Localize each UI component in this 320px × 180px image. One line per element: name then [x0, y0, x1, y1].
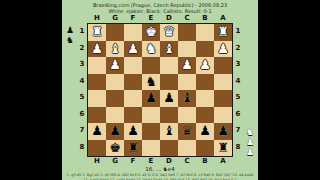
piece-white-pawn[interactable]: ♟ [181, 57, 193, 73]
square-g2[interactable]: ♝ [106, 41, 124, 58]
rank-label-6: 6 [77, 106, 87, 123]
piece-black-pawn[interactable]: ♟ [199, 123, 211, 139]
square-c1[interactable] [178, 24, 196, 41]
square-h1[interactable]: ♜ [88, 24, 106, 41]
rank-label-6: 6 [233, 106, 243, 123]
square-f1[interactable] [124, 24, 142, 41]
square-f5[interactable] [124, 90, 142, 107]
piece-white-pawn[interactable]: ♟ [91, 41, 103, 57]
file-label-h: H [88, 14, 106, 22]
square-g8[interactable]: ♚ [106, 140, 124, 157]
rank-label-8: 8 [77, 139, 87, 156]
rank-label-3: 3 [233, 56, 243, 73]
square-a4[interactable] [214, 74, 232, 91]
square-g3[interactable]: ♟ [106, 57, 124, 74]
square-d3[interactable] [160, 57, 178, 74]
piece-black-pawn[interactable]: ♟ [163, 90, 175, 106]
piece-white-pawn[interactable]: ♟ [199, 57, 211, 73]
square-f7[interactable]: ♟ [124, 123, 142, 140]
rank-label-1: 1 [233, 23, 243, 40]
square-b7[interactable]: ♟ [196, 123, 214, 140]
piece-white-bishop[interactable]: ♝ [163, 41, 175, 57]
square-h5[interactable] [88, 90, 106, 107]
captured-black-pawn-icon: ♟ [66, 25, 74, 35]
square-b4[interactable] [196, 74, 214, 91]
chess-board: ♜♚♛♜♟♝♟♞♝♟♟♟♟♞♟♟♝♟♟♟♝♛♟♟♚♜♜ [87, 23, 233, 157]
piece-black-knight[interactable]: ♞ [145, 74, 157, 90]
square-g4[interactable] [106, 74, 124, 91]
square-f8[interactable]: ♜ [124, 140, 142, 157]
board-wrap: ♟♞ 12345678 ♜♚♛♜♟♝♟♞♝♟♟♟♟♞♟♟♝♟♟♟♝♛♟♟♚♜♜ … [62, 23, 258, 157]
square-e7[interactable] [142, 123, 160, 140]
square-c8[interactable] [178, 140, 196, 157]
file-labels-bottom: HGFEDCBA [88, 157, 232, 165]
file-label-f: F [124, 157, 142, 165]
square-a5[interactable] [214, 90, 232, 107]
piece-white-queen[interactable]: ♛ [163, 24, 175, 40]
rank-label-3: 3 [77, 56, 87, 73]
square-d5[interactable]: ♟ [160, 90, 178, 107]
square-a6[interactable] [214, 107, 232, 124]
piece-black-pawn[interactable]: ♟ [109, 123, 121, 139]
rank-label-7: 7 [77, 122, 87, 139]
movelist-line-2: 11. exd4 Bxd4 12. cxd4 Nxd4 13. Nxd4 Qxd… [62, 178, 258, 180]
last-move-annotation: 16. ... ♞e4 [62, 166, 258, 172]
rank-label-1: 1 [77, 23, 87, 40]
square-h6[interactable] [88, 107, 106, 124]
rank-label-4: 4 [77, 73, 87, 90]
square-e3[interactable] [142, 57, 160, 74]
square-b8[interactable] [196, 140, 214, 157]
square-d2[interactable]: ♝ [160, 41, 178, 58]
piece-white-pawn[interactable]: ♟ [217, 41, 229, 57]
rank-label-2: 2 [233, 40, 243, 57]
square-e2[interactable]: ♞ [142, 41, 160, 58]
square-c7[interactable]: ♛ [178, 123, 196, 140]
piece-black-pawn[interactable]: ♟ [217, 123, 229, 139]
piece-black-bishop[interactable]: ♝ [163, 123, 175, 139]
file-label-b: B [196, 157, 214, 165]
file-label-c: C [178, 157, 196, 165]
square-a7[interactable]: ♟ [214, 123, 232, 140]
square-f2[interactable]: ♟ [124, 41, 142, 58]
square-b1[interactable] [196, 24, 214, 41]
captured-white-knight-icon: ♞ [246, 127, 254, 137]
piece-black-king[interactable]: ♚ [109, 140, 121, 156]
square-a1[interactable]: ♜ [214, 24, 232, 41]
diagram-panel: BrainKing.com (Prague, Czech Republic) -… [62, 0, 258, 180]
square-d7[interactable]: ♝ [160, 123, 178, 140]
file-labels-top: HGFEDCBA [88, 14, 232, 22]
piece-black-rook[interactable]: ♜ [127, 140, 139, 156]
square-e8[interactable] [142, 140, 160, 157]
captured-white-pawn-icon: ♟ [246, 147, 254, 157]
captured-black-knight-icon: ♞ [66, 35, 74, 45]
captured-white-pawn-icon: ♟ [246, 137, 254, 147]
square-f3[interactable] [124, 57, 142, 74]
piece-black-queen[interactable]: ♛ [181, 123, 193, 139]
square-d4[interactable] [160, 74, 178, 91]
rank-labels-left: 12345678 [77, 23, 87, 157]
file-label-e: E [142, 157, 160, 165]
rank-label-4: 4 [233, 73, 243, 90]
captured-black-tray: ♟♞ [63, 23, 77, 157]
square-a2[interactable]: ♟ [214, 41, 232, 58]
piece-white-bishop[interactable]: ♝ [109, 41, 121, 57]
piece-black-bishop[interactable]: ♝ [181, 90, 193, 106]
square-c2[interactable] [178, 41, 196, 58]
rank-label-8: 8 [233, 139, 243, 156]
square-e5[interactable]: ♟ [142, 90, 160, 107]
square-g7[interactable]: ♟ [106, 123, 124, 140]
video-frame: BrainKing.com (Prague, Czech Republic) -… [0, 0, 320, 180]
square-d8[interactable] [160, 140, 178, 157]
square-d1[interactable]: ♛ [160, 24, 178, 41]
rank-label-5: 5 [233, 89, 243, 106]
piece-white-king[interactable]: ♚ [145, 24, 157, 40]
square-b3[interactable]: ♟ [196, 57, 214, 74]
square-c6[interactable] [178, 107, 196, 124]
event-title: BrainKing.com (Prague, Czech Republic) -… [62, 0, 258, 8]
piece-black-pawn[interactable]: ♟ [127, 123, 139, 139]
file-label-f: F [124, 14, 142, 22]
file-label-d: D [160, 14, 178, 22]
square-e4[interactable]: ♞ [142, 74, 160, 91]
rank-label-2: 2 [77, 40, 87, 57]
file-label-g: G [106, 157, 124, 165]
piece-white-pawn[interactable]: ♟ [127, 41, 139, 57]
piece-black-pawn[interactable]: ♟ [145, 90, 157, 106]
square-g6[interactable] [106, 107, 124, 124]
square-h7[interactable]: ♟ [88, 123, 106, 140]
square-h4[interactable] [88, 74, 106, 91]
rank-label-5: 5 [77, 89, 87, 106]
movelist-line-1: 1. g3 d5 2. Bg2 e5 3. d3 Nf6 4. Nd2 Bc5 … [62, 173, 258, 177]
square-c3[interactable]: ♟ [178, 57, 196, 74]
rank-label-7: 7 [233, 122, 243, 139]
square-h2[interactable]: ♟ [88, 41, 106, 58]
file-label-d: D [160, 157, 178, 165]
square-b6[interactable] [196, 107, 214, 124]
square-h8[interactable] [88, 140, 106, 157]
file-label-a: A [214, 14, 232, 22]
square-e6[interactable] [142, 107, 160, 124]
square-g5[interactable] [106, 90, 124, 107]
captured-white-tray: ♞♟♟ [243, 23, 257, 157]
piece-white-rook[interactable]: ♜ [91, 24, 103, 40]
square-b2[interactable] [196, 41, 214, 58]
piece-white-knight[interactable]: ♞ [145, 41, 157, 57]
square-e1[interactable]: ♚ [142, 24, 160, 41]
square-c4[interactable] [178, 74, 196, 91]
piece-white-rook[interactable]: ♜ [217, 24, 229, 40]
square-b5[interactable] [196, 90, 214, 107]
square-c5[interactable]: ♝ [178, 90, 196, 107]
rank-labels-right: 12345678 [233, 23, 243, 157]
square-d6[interactable] [160, 107, 178, 124]
square-a8[interactable]: ♜ [214, 140, 232, 157]
file-label-h: H [88, 157, 106, 165]
piece-black-rook[interactable]: ♜ [217, 140, 229, 156]
piece-black-pawn[interactable]: ♟ [91, 123, 103, 139]
square-g1[interactable] [106, 24, 124, 41]
file-label-a: A [214, 157, 232, 165]
file-label-c: C [178, 14, 196, 22]
square-f6[interactable] [124, 107, 142, 124]
file-label-g: G [106, 14, 124, 22]
square-a3[interactable] [214, 57, 232, 74]
piece-white-pawn[interactable]: ♟ [109, 57, 121, 73]
square-h3[interactable] [88, 57, 106, 74]
square-f4[interactable] [124, 74, 142, 91]
file-label-e: E [142, 14, 160, 22]
file-label-b: B [196, 14, 214, 22]
